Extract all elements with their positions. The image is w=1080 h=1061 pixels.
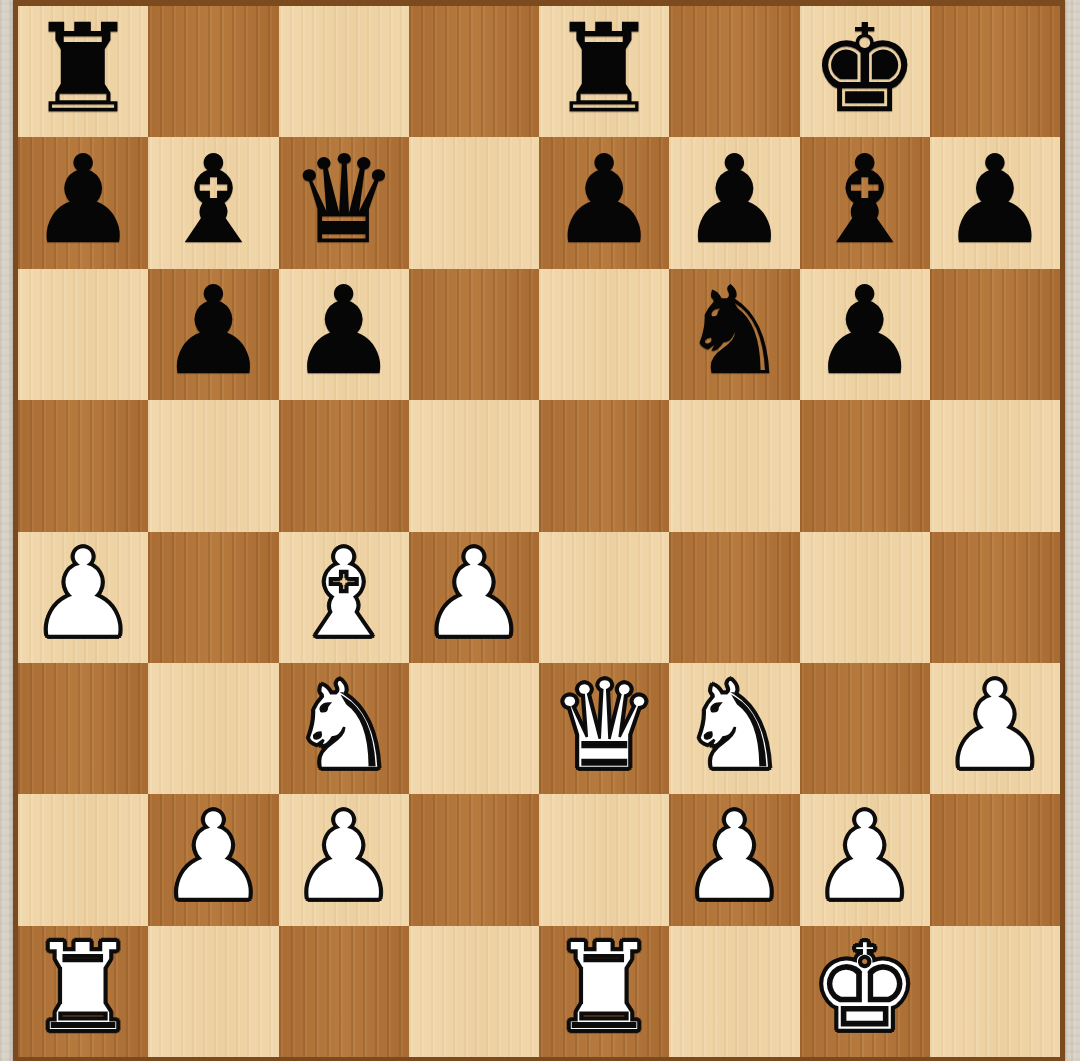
black-pawn-piece[interactable]: ♟ xyxy=(28,139,137,261)
square-g4[interactable] xyxy=(800,532,930,663)
board-frame: ♜♜♚♟♝♛♟♟♝♟♟♟♞♟♟♝♟♞♛♞♟♟♟♟♟♜♜♚ xyxy=(13,0,1065,1061)
black-pawn-piece[interactable]: ♟ xyxy=(289,270,398,392)
square-g1[interactable]: ♚ xyxy=(800,926,930,1057)
square-f2[interactable]: ♟ xyxy=(669,794,799,925)
square-e3[interactable]: ♛ xyxy=(539,663,669,794)
square-d8[interactable] xyxy=(409,6,539,137)
square-d3[interactable] xyxy=(409,663,539,794)
square-c5[interactable] xyxy=(279,400,409,531)
square-f7[interactable]: ♟ xyxy=(669,137,799,268)
white-pawn-piece[interactable]: ♟ xyxy=(940,665,1049,787)
square-a2[interactable] xyxy=(18,794,148,925)
black-pawn-piece[interactable]: ♟ xyxy=(159,270,268,392)
square-c1[interactable] xyxy=(279,926,409,1057)
square-a8[interactable]: ♜ xyxy=(18,6,148,137)
white-knight-piece[interactable]: ♞ xyxy=(680,665,789,787)
square-a1[interactable]: ♜ xyxy=(18,926,148,1057)
white-rook-piece[interactable]: ♜ xyxy=(28,927,137,1049)
square-a4[interactable]: ♟ xyxy=(18,532,148,663)
square-f3[interactable]: ♞ xyxy=(669,663,799,794)
square-b6[interactable]: ♟ xyxy=(148,269,278,400)
square-f1[interactable] xyxy=(669,926,799,1057)
square-g6[interactable]: ♟ xyxy=(800,269,930,400)
square-f8[interactable] xyxy=(669,6,799,137)
square-h1[interactable] xyxy=(930,926,1060,1057)
white-bishop-piece[interactable]: ♝ xyxy=(289,533,398,655)
square-d4[interactable]: ♟ xyxy=(409,532,539,663)
square-h7[interactable]: ♟ xyxy=(930,137,1060,268)
square-g2[interactable]: ♟ xyxy=(800,794,930,925)
square-e4[interactable] xyxy=(539,532,669,663)
square-a7[interactable]: ♟ xyxy=(18,137,148,268)
white-king-piece[interactable]: ♚ xyxy=(810,927,919,1049)
square-b5[interactable] xyxy=(148,400,278,531)
square-h2[interactable] xyxy=(930,794,1060,925)
black-knight-piece[interactable]: ♞ xyxy=(680,270,789,392)
black-queen-piece[interactable]: ♛ xyxy=(289,139,398,261)
square-a6[interactable] xyxy=(18,269,148,400)
square-h5[interactable] xyxy=(930,400,1060,531)
chess-board: ♜♜♚♟♝♛♟♟♝♟♟♟♞♟♟♝♟♞♛♞♟♟♟♟♟♜♜♚ xyxy=(18,6,1060,1057)
square-g7[interactable]: ♝ xyxy=(800,137,930,268)
square-b2[interactable]: ♟ xyxy=(148,794,278,925)
black-pawn-piece[interactable]: ♟ xyxy=(810,270,919,392)
square-b8[interactable] xyxy=(148,6,278,137)
square-c2[interactable]: ♟ xyxy=(279,794,409,925)
square-a5[interactable] xyxy=(18,400,148,531)
square-h8[interactable] xyxy=(930,6,1060,137)
black-bishop-piece[interactable]: ♝ xyxy=(810,139,919,261)
square-c4[interactable]: ♝ xyxy=(279,532,409,663)
square-c8[interactable] xyxy=(279,6,409,137)
white-pawn-piece[interactable]: ♟ xyxy=(159,796,268,918)
square-d5[interactable] xyxy=(409,400,539,531)
square-h3[interactable]: ♟ xyxy=(930,663,1060,794)
square-f4[interactable] xyxy=(669,532,799,663)
square-f5[interactable] xyxy=(669,400,799,531)
square-b3[interactable] xyxy=(148,663,278,794)
black-pawn-piece[interactable]: ♟ xyxy=(940,139,1049,261)
square-h4[interactable] xyxy=(930,532,1060,663)
square-g3[interactable] xyxy=(800,663,930,794)
square-d7[interactable] xyxy=(409,137,539,268)
square-g8[interactable]: ♚ xyxy=(800,6,930,137)
white-rook-piece[interactable]: ♜ xyxy=(549,927,658,1049)
white-pawn-piece[interactable]: ♟ xyxy=(289,796,398,918)
black-bishop-piece[interactable]: ♝ xyxy=(159,139,268,261)
square-e5[interactable] xyxy=(539,400,669,531)
white-pawn-piece[interactable]: ♟ xyxy=(419,533,528,655)
square-d1[interactable] xyxy=(409,926,539,1057)
square-b7[interactable]: ♝ xyxy=(148,137,278,268)
square-e7[interactable]: ♟ xyxy=(539,137,669,268)
square-e6[interactable] xyxy=(539,269,669,400)
square-d6[interactable] xyxy=(409,269,539,400)
black-pawn-piece[interactable]: ♟ xyxy=(549,139,658,261)
white-queen-piece[interactable]: ♛ xyxy=(549,665,658,787)
square-h6[interactable] xyxy=(930,269,1060,400)
white-pawn-piece[interactable]: ♟ xyxy=(28,533,137,655)
black-rook-piece[interactable]: ♜ xyxy=(549,8,658,130)
square-a3[interactable] xyxy=(18,663,148,794)
square-c6[interactable]: ♟ xyxy=(279,269,409,400)
square-d2[interactable] xyxy=(409,794,539,925)
square-c3[interactable]: ♞ xyxy=(279,663,409,794)
black-pawn-piece[interactable]: ♟ xyxy=(680,139,789,261)
white-pawn-piece[interactable]: ♟ xyxy=(810,796,919,918)
square-f6[interactable]: ♞ xyxy=(669,269,799,400)
black-king-piece[interactable]: ♚ xyxy=(810,8,919,130)
page-background: ♜♜♚♟♝♛♟♟♝♟♟♟♞♟♟♝♟♞♛♞♟♟♟♟♟♜♜♚ xyxy=(0,0,1080,1061)
square-e1[interactable]: ♜ xyxy=(539,926,669,1057)
square-e8[interactable]: ♜ xyxy=(539,6,669,137)
square-g5[interactable] xyxy=(800,400,930,531)
white-pawn-piece[interactable]: ♟ xyxy=(680,796,789,918)
square-b1[interactable] xyxy=(148,926,278,1057)
square-e2[interactable] xyxy=(539,794,669,925)
square-b4[interactable] xyxy=(148,532,278,663)
black-rook-piece[interactable]: ♜ xyxy=(28,8,137,130)
square-c7[interactable]: ♛ xyxy=(279,137,409,268)
white-knight-piece[interactable]: ♞ xyxy=(289,665,398,787)
